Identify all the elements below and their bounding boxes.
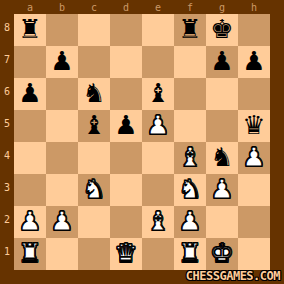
square-e8[interactable] [142,14,174,46]
square-h5[interactable]: ♛ [238,110,270,142]
square-c7[interactable] [78,46,110,78]
piece-black-rook[interactable]: ♜ [174,14,206,46]
rank-label-7: 7 [0,46,14,78]
square-e3[interactable] [142,174,174,206]
square-d6[interactable] [110,78,142,110]
file-label-a: a [14,0,46,14]
file-label-g: g [206,0,238,14]
piece-black-rook[interactable]: ♜ [14,14,46,46]
piece-white-bishop[interactable]: ♝ [142,206,174,238]
square-d7[interactable] [110,46,142,78]
file-label-d: d [110,0,142,14]
piece-white-pawn[interactable]: ♟ [14,206,46,238]
square-d4[interactable] [110,142,142,174]
square-f6[interactable] [174,78,206,110]
square-f3[interactable]: ♞ [174,174,206,206]
piece-black-knight[interactable]: ♞ [206,142,238,174]
rank-label-8: 8 [0,14,14,46]
square-f5[interactable] [174,110,206,142]
square-g4[interactable]: ♞ [206,142,238,174]
piece-white-rook[interactable]: ♜ [174,238,206,270]
square-b1[interactable] [46,238,78,270]
square-a1[interactable]: ♜ [14,238,46,270]
piece-white-knight[interactable]: ♞ [174,174,206,206]
square-d1[interactable]: ♛ [110,238,142,270]
piece-black-pawn[interactable]: ♟ [14,78,46,110]
square-a4[interactable] [14,142,46,174]
square-d8[interactable] [110,14,142,46]
piece-white-knight[interactable]: ♞ [78,174,110,206]
square-f8[interactable]: ♜ [174,14,206,46]
square-b3[interactable] [46,174,78,206]
square-d3[interactable] [110,174,142,206]
square-h8[interactable] [238,14,270,46]
square-d2[interactable] [110,206,142,238]
square-g2[interactable] [206,206,238,238]
square-b2[interactable]: ♟ [46,206,78,238]
file-label-e: e [142,0,174,14]
piece-white-king[interactable]: ♚ [206,238,238,270]
square-c2[interactable] [78,206,110,238]
piece-black-pawn[interactable]: ♟ [238,46,270,78]
piece-black-bishop[interactable]: ♝ [142,78,174,110]
rank-label-1: 1 [0,238,14,270]
square-b4[interactable] [46,142,78,174]
square-c3[interactable]: ♞ [78,174,110,206]
square-a2[interactable]: ♟ [14,206,46,238]
file-label-c: c [78,0,110,14]
square-d5[interactable]: ♟ [110,110,142,142]
square-c1[interactable] [78,238,110,270]
piece-black-queen[interactable]: ♛ [238,110,270,142]
square-g7[interactable]: ♟ [206,46,238,78]
square-f2[interactable]: ♟ [174,206,206,238]
square-c4[interactable] [78,142,110,174]
square-h6[interactable] [238,78,270,110]
square-b6[interactable] [46,78,78,110]
square-h4[interactable]: ♟ [238,142,270,174]
square-f7[interactable] [174,46,206,78]
file-label-h: h [238,0,270,14]
piece-black-king[interactable]: ♚ [206,14,238,46]
square-e5[interactable]: ♟ [142,110,174,142]
rank-label-2: 2 [0,206,14,238]
square-a3[interactable] [14,174,46,206]
site-credit: CHESSGAMES.COM [186,269,280,283]
piece-white-pawn[interactable]: ♟ [174,206,206,238]
square-f4[interactable]: ♝ [174,142,206,174]
square-e1[interactable] [142,238,174,270]
square-h7[interactable]: ♟ [238,46,270,78]
piece-white-rook[interactable]: ♜ [14,238,46,270]
square-b7[interactable]: ♟ [46,46,78,78]
square-g1[interactable]: ♚ [206,238,238,270]
square-b5[interactable] [46,110,78,142]
piece-black-pawn[interactable]: ♟ [110,110,142,142]
square-g6[interactable] [206,78,238,110]
square-a6[interactable]: ♟ [14,78,46,110]
file-labels: abcdefgh [14,0,270,14]
file-label-f: f [174,0,206,14]
chess-diagram: abcdefgh 87654321 ♜♜♚♟♟♟♟♞♝♝♟♟♛♝♞♟♞♞♟♟♟♝… [0,0,284,284]
piece-black-pawn[interactable]: ♟ [46,46,78,78]
square-e4[interactable] [142,142,174,174]
square-a7[interactable] [14,46,46,78]
square-g5[interactable] [206,110,238,142]
piece-white-pawn[interactable]: ♟ [46,206,78,238]
square-h1[interactable] [238,238,270,270]
square-f1[interactable]: ♜ [174,238,206,270]
piece-white-pawn[interactable]: ♟ [206,174,238,206]
piece-white-pawn[interactable]: ♟ [238,142,270,174]
rank-label-3: 3 [0,174,14,206]
square-h3[interactable] [238,174,270,206]
square-e6[interactable]: ♝ [142,78,174,110]
piece-white-bishop[interactable]: ♝ [174,142,206,174]
piece-black-knight[interactable]: ♞ [78,78,110,110]
square-c5[interactable]: ♝ [78,110,110,142]
rank-label-6: 6 [0,78,14,110]
piece-black-pawn[interactable]: ♟ [206,46,238,78]
square-c8[interactable] [78,14,110,46]
square-a8[interactable]: ♜ [14,14,46,46]
file-label-b: b [46,0,78,14]
square-a5[interactable] [14,110,46,142]
square-g3[interactable]: ♟ [206,174,238,206]
rank-labels: 87654321 [0,14,14,270]
rank-label-4: 4 [0,142,14,174]
piece-white-queen[interactable]: ♛ [110,238,142,270]
square-b8[interactable] [46,14,78,46]
piece-white-pawn[interactable]: ♟ [142,110,174,142]
square-e2[interactable]: ♝ [142,206,174,238]
square-g8[interactable]: ♚ [206,14,238,46]
square-e7[interactable] [142,46,174,78]
chess-board: ♜♜♚♟♟♟♟♞♝♝♟♟♛♝♞♟♞♞♟♟♟♝♟♜♛♜♚ [14,14,270,270]
square-c6[interactable]: ♞ [78,78,110,110]
piece-black-bishop[interactable]: ♝ [78,110,110,142]
square-h2[interactable] [238,206,270,238]
rank-label-5: 5 [0,110,14,142]
